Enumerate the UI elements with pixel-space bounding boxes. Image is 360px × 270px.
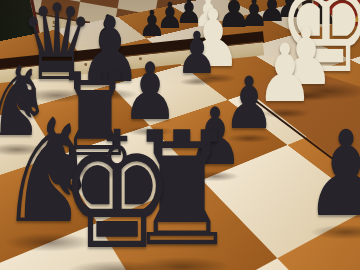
photo-scene: 6 5 ♟♟♟♟♟♟♟♟♟♟♟ ♟♟♚♟♛♟♟♟♟♞♜♟♟♞♜♚ — [0, 0, 360, 270]
black-pawn-b[interactable]: ♟ — [176, 24, 218, 82]
black-king[interactable]: ♚ — [59, 110, 175, 270]
black-pawn-f[interactable]: ♟ — [304, 115, 360, 233]
